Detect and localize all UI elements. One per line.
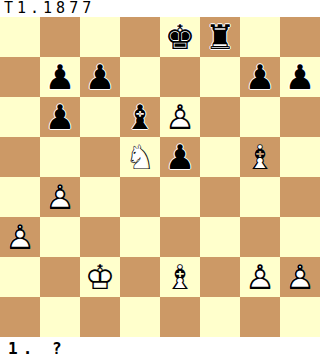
square-d3[interactable] <box>120 217 160 257</box>
square-b3[interactable] <box>40 217 80 257</box>
puzzle-title: T1.1877 <box>0 0 320 17</box>
square-f8[interactable]: ♜ <box>200 17 240 57</box>
piece-black-pawn: ♟ <box>160 137 200 177</box>
square-f1[interactable] <box>200 297 240 337</box>
square-g3[interactable] <box>240 217 280 257</box>
square-d4[interactable] <box>120 177 160 217</box>
square-d2[interactable] <box>120 257 160 297</box>
square-c4[interactable] <box>80 177 120 217</box>
square-b8[interactable] <box>40 17 80 57</box>
square-g4[interactable] <box>240 177 280 217</box>
square-b7[interactable]: ♟ <box>40 57 80 97</box>
piece-black-pawn: ♟ <box>280 57 320 97</box>
piece-black-king: ♚ <box>160 17 200 57</box>
square-e3[interactable] <box>160 217 200 257</box>
move-prompt: 1. ? <box>0 337 320 360</box>
square-g8[interactable] <box>240 17 280 57</box>
piece-black-pawn: ♟ <box>40 57 80 97</box>
piece-black-rook: ♜ <box>200 17 240 57</box>
square-a7[interactable] <box>0 57 40 97</box>
square-e1[interactable] <box>160 297 200 337</box>
square-c2[interactable]: ♚♔ <box>80 257 120 297</box>
square-g6[interactable] <box>240 97 280 137</box>
piece-black-pawn: ♟ <box>80 57 120 97</box>
piece-black-pawn: ♟ <box>240 57 280 97</box>
piece-white-knight: ♘ <box>120 137 160 177</box>
square-c7[interactable]: ♟ <box>80 57 120 97</box>
square-h7[interactable]: ♟ <box>280 57 320 97</box>
square-g7[interactable]: ♟ <box>240 57 280 97</box>
square-c6[interactable] <box>80 97 120 137</box>
square-e2[interactable]: ♝♗ <box>160 257 200 297</box>
piece-white-king: ♔ <box>80 257 120 297</box>
square-c3[interactable] <box>80 217 120 257</box>
square-d1[interactable] <box>120 297 160 337</box>
square-b6[interactable]: ♟ <box>40 97 80 137</box>
piece-black-bishop: ♝ <box>120 97 160 137</box>
square-f5[interactable] <box>200 137 240 177</box>
piece-white-pawn: ♙ <box>0 217 40 257</box>
piece-white-pawn: ♙ <box>40 177 80 217</box>
piece-white-bishop: ♗ <box>240 137 280 177</box>
square-h8[interactable] <box>280 17 320 57</box>
square-h1[interactable] <box>280 297 320 337</box>
square-g2[interactable]: ♟♙ <box>240 257 280 297</box>
chess-puzzle-page: T1.1877 ♚♜♟♟♟♟♟♝♟♙♞♘♟♝♗♟♙♟♙♚♔♝♗♟♙♟♙ 1. ? <box>0 0 320 360</box>
piece-white-pawn: ♙ <box>280 257 320 297</box>
square-e6[interactable]: ♟♙ <box>160 97 200 137</box>
square-h3[interactable] <box>280 217 320 257</box>
square-f6[interactable] <box>200 97 240 137</box>
square-g5[interactable]: ♝♗ <box>240 137 280 177</box>
square-f3[interactable] <box>200 217 240 257</box>
square-b1[interactable] <box>40 297 80 337</box>
square-h5[interactable] <box>280 137 320 177</box>
square-c5[interactable] <box>80 137 120 177</box>
square-e5[interactable]: ♟ <box>160 137 200 177</box>
square-f2[interactable] <box>200 257 240 297</box>
square-b4[interactable]: ♟♙ <box>40 177 80 217</box>
square-a8[interactable] <box>0 17 40 57</box>
piece-white-pawn: ♙ <box>240 257 280 297</box>
square-c8[interactable] <box>80 17 120 57</box>
square-a3[interactable]: ♟♙ <box>0 217 40 257</box>
square-d5[interactable]: ♞♘ <box>120 137 160 177</box>
square-d8[interactable] <box>120 17 160 57</box>
square-h4[interactable] <box>280 177 320 217</box>
square-e7[interactable] <box>160 57 200 97</box>
square-a6[interactable] <box>0 97 40 137</box>
square-d7[interactable] <box>120 57 160 97</box>
square-a4[interactable] <box>0 177 40 217</box>
square-e4[interactable] <box>160 177 200 217</box>
square-f4[interactable] <box>200 177 240 217</box>
square-e8[interactable]: ♚ <box>160 17 200 57</box>
square-g1[interactable] <box>240 297 280 337</box>
chess-board: ♚♜♟♟♟♟♟♝♟♙♞♘♟♝♗♟♙♟♙♚♔♝♗♟♙♟♙ <box>0 17 320 337</box>
piece-black-pawn: ♟ <box>40 97 80 137</box>
piece-white-pawn: ♙ <box>160 97 200 137</box>
square-b2[interactable] <box>40 257 80 297</box>
square-h6[interactable] <box>280 97 320 137</box>
square-f7[interactable] <box>200 57 240 97</box>
square-h2[interactable]: ♟♙ <box>280 257 320 297</box>
square-d6[interactable]: ♝ <box>120 97 160 137</box>
square-b5[interactable] <box>40 137 80 177</box>
square-a2[interactable] <box>0 257 40 297</box>
square-c1[interactable] <box>80 297 120 337</box>
square-a1[interactable] <box>0 297 40 337</box>
piece-white-bishop: ♗ <box>160 257 200 297</box>
square-a5[interactable] <box>0 137 40 177</box>
